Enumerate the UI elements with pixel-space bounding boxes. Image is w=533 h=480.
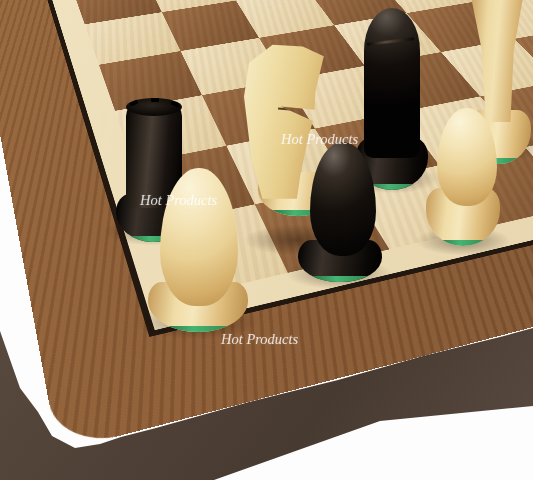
bishop-column [364,8,420,158]
pawn-head [310,142,376,256]
king-column [470,0,524,122]
pawn-head [437,108,497,206]
knight-mouth-slit [278,107,315,112]
product-photo-stage: Hot Products Hot Products Hot Products [0,0,533,480]
rook-notch [130,99,139,106]
watermark: Hot Products [281,131,358,148]
piece-white-pawn-front [148,166,250,332]
watermark: Hot Products [140,192,217,209]
rook-notch [151,98,159,102]
bishop-mitre-cut [367,37,414,46]
piece-white-pawn-right [424,108,502,248]
watermark: Hot Products [221,331,298,348]
rook-top-cap [126,98,182,116]
pawn-head [160,168,238,306]
rook-notch [171,100,180,107]
piece-black-pawn [296,142,384,282]
